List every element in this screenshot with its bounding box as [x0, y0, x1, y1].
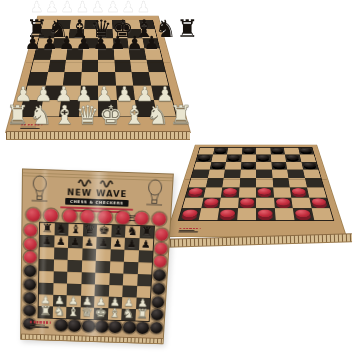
- package-chess-grid: ♜♞♝♛♚♝♞♜♟♟♟♟♟♟♟♟♟♟♟♟♟♟♟♟♜♞♝♛♚♝♞♜: [38, 222, 155, 322]
- black-checker-punchout: [151, 296, 164, 308]
- package-square: [95, 273, 109, 285]
- package-square: ♜: [38, 306, 52, 318]
- package-square: [53, 271, 67, 283]
- chess-piece: ♜: [177, 17, 199, 41]
- package-square: [137, 262, 152, 274]
- red-checker-punchout: [24, 238, 37, 250]
- chess-piece-standee: ♟: [110, 238, 125, 249]
- cardboard-edge: [21, 334, 163, 345]
- chess-piece: ♞: [29, 102, 52, 128]
- black-checker-punchout: [122, 321, 136, 334]
- product-photo: ♟♟♟♟♟♟♟♟♜♞♝♛♚♝♞♜♟♟♟♟♟♟♟♟♟♟♟♟♟♟♟♟♜♞♝♛♚♝♞♜: [0, 0, 360, 359]
- package-square: ♞: [125, 226, 140, 239]
- package-square: [138, 250, 153, 262]
- checkers-square: [221, 187, 239, 197]
- red-checker: [182, 209, 199, 217]
- package-square: ♟: [139, 238, 154, 251]
- package-square: ♜: [135, 309, 149, 321]
- black-checker: [198, 155, 211, 160]
- chess-piece-standee: ♞: [121, 307, 135, 320]
- black-checker-punchout: [81, 320, 95, 333]
- package-square: [53, 259, 67, 271]
- chess-piece-standee: ♜: [139, 225, 154, 238]
- chess-piece: ♟: [92, 34, 109, 52]
- black-checker: [273, 162, 285, 167]
- chess-piece-row: ♟♟♟♟♟♟♟♟: [24, 34, 160, 52]
- checkers-square: [256, 148, 270, 155]
- chess-piece: ♝: [53, 102, 76, 128]
- package-square: [96, 249, 111, 261]
- package-square: [137, 274, 152, 286]
- package-square: [67, 260, 81, 272]
- checkers-square: [203, 187, 222, 197]
- black-checker-punchout: [23, 305, 36, 317]
- red-checker: [258, 209, 273, 217]
- package-square: ♟: [96, 237, 111, 250]
- package-square: ♛: [80, 307, 94, 319]
- chess-piece-standee: ♛: [82, 223, 97, 236]
- checkers-square: [273, 187, 291, 197]
- checkers-square: [305, 178, 324, 187]
- checkers-square: [256, 162, 272, 170]
- package-square: ♞: [54, 223, 69, 236]
- corner-fine-print: [302, 148, 312, 149]
- checkers-square: [256, 170, 272, 179]
- checkers-square: [288, 178, 306, 187]
- package-square: [67, 272, 81, 284]
- package-square: ♝: [68, 224, 83, 237]
- checkers-square: [284, 148, 299, 155]
- chess-piece-standee: ♝: [111, 224, 126, 237]
- checkers-square: [290, 187, 309, 197]
- checkers-square: [311, 208, 333, 220]
- chess-piece-standee: ♟: [96, 238, 111, 249]
- red-checker-punchout: [26, 208, 40, 222]
- checkers-square: [272, 170, 289, 179]
- chess-piece: ♜: [6, 102, 29, 128]
- package-square: [124, 250, 139, 262]
- checkers-square: [240, 170, 256, 179]
- red-checker: [258, 188, 272, 194]
- chess-piece-standee: ♜: [40, 222, 54, 235]
- chess-piece-standee: ♜: [135, 307, 149, 320]
- checkers-square: [301, 162, 318, 170]
- red-checker: [276, 198, 291, 205]
- checkers-square: [225, 162, 241, 170]
- chess-piece-standee: ♞: [125, 225, 140, 238]
- retail-package[interactable]: NEW WAVE CHESS & CHECKERS ♜♞♝♛♚♝♞♜♟♟♟♟♟♟…: [20, 168, 174, 344]
- checkers-square: [217, 208, 237, 220]
- checkers-square: [256, 197, 274, 208]
- red-checker: [311, 198, 327, 205]
- chess-piece: ♟: [126, 34, 143, 52]
- black-checker-punchout: [68, 319, 82, 332]
- package-square: [123, 274, 138, 286]
- package-square: [123, 262, 138, 274]
- chess-piece-standee: ♟: [54, 236, 68, 247]
- checkers-square: [256, 178, 273, 187]
- checkers-square: [270, 154, 286, 161]
- chess-piece: ♟: [41, 34, 58, 52]
- chess-piece-standee: ♟: [124, 239, 139, 250]
- checkers-square: [309, 197, 330, 208]
- package-square: [39, 259, 53, 271]
- black-checker-punchout: [54, 319, 68, 332]
- checkers-square: [239, 178, 256, 187]
- red-checker-punchout: [23, 251, 36, 263]
- chess-piece-standee: ♟: [40, 236, 54, 247]
- chess-piece: ♟: [29, 0, 44, 15]
- chess-piece: ♟: [75, 34, 92, 52]
- package-square: ♟: [54, 235, 68, 248]
- chess-piece-standee: ♟: [82, 237, 96, 248]
- black-checker: [228, 155, 240, 160]
- checkers-square: [205, 178, 223, 187]
- checkers-square: [274, 197, 293, 208]
- checkers-square: [240, 162, 256, 170]
- black-checker: [272, 148, 284, 152]
- red-checker: [203, 198, 218, 205]
- checkers-square: [242, 148, 256, 155]
- checkers-grid: [178, 147, 334, 220]
- black-checker: [215, 148, 227, 152]
- checkers-square: [222, 178, 240, 187]
- chess-piece: ♛: [76, 102, 99, 128]
- checkers-square: [198, 208, 219, 220]
- checkers-square: [270, 148, 285, 155]
- chess-piece-standee: ♜: [38, 304, 52, 317]
- checkers-square: [256, 208, 275, 220]
- package-square: [109, 261, 124, 273]
- chess-piece: ♝: [123, 102, 146, 128]
- black-checker: [242, 162, 254, 167]
- red-checker: [188, 188, 203, 194]
- red-checker: [223, 188, 237, 194]
- red-checker-punchout: [24, 224, 37, 237]
- product-title: CHESS & CHECKERS: [70, 199, 124, 206]
- package-square: ♝: [107, 308, 121, 320]
- black-checker: [303, 162, 316, 167]
- package-square: [81, 272, 95, 284]
- checkers-square: [238, 197, 256, 208]
- black-checker-punchout: [149, 322, 162, 334]
- checkers-square: [303, 170, 321, 179]
- chess-piece: ♟: [24, 34, 41, 52]
- checkers-board-view[interactable]: [158, 124, 360, 259]
- checkers-square: [307, 187, 327, 197]
- checkers-square: [201, 197, 221, 208]
- chess-piece-standee: ♝: [68, 223, 83, 236]
- checkers-square: [224, 170, 241, 179]
- chess-piece-standee: ♚: [97, 224, 112, 237]
- black-checker-punchout: [23, 292, 36, 304]
- package-square: [110, 249, 125, 261]
- chess-piece: ♟: [60, 0, 75, 15]
- package-square: ♟: [110, 237, 125, 250]
- black-checker-punchout: [152, 269, 165, 281]
- chess-piece: ♟: [109, 34, 126, 52]
- package-square: ♞: [121, 309, 135, 321]
- black-checker-punchout: [109, 321, 123, 334]
- newwave-mini-logo: [30, 321, 51, 329]
- checkers-square: [274, 208, 294, 220]
- package-square: ♚: [94, 308, 108, 320]
- checkers-square: [256, 187, 274, 197]
- checkers-square: [272, 178, 290, 187]
- red-checker-punchout: [154, 242, 167, 254]
- package-square: ♟: [68, 236, 83, 249]
- red-checker-punchout: [155, 228, 168, 241]
- package-square: ♛: [82, 224, 97, 237]
- package-square: [95, 261, 109, 273]
- chess-piece-standee: ♝: [66, 305, 80, 318]
- checkers-tray-left: [23, 224, 37, 330]
- chess-piece-row: ♟♟♟♟♟♟♟♟: [29, 0, 151, 15]
- chess-piece: ♟: [58, 34, 75, 52]
- chess-piece: ♟: [143, 34, 160, 52]
- package-square: [82, 248, 96, 260]
- red-checker-punchout: [152, 212, 167, 226]
- checkers-square: [226, 154, 242, 161]
- red-checker: [292, 188, 307, 194]
- checkers-square: [256, 154, 271, 161]
- checkers-square: [286, 162, 303, 170]
- black-checker: [258, 155, 270, 160]
- red-checker: [220, 209, 235, 217]
- black-checker: [287, 155, 299, 160]
- chess-piece: ♟: [121, 0, 136, 15]
- package-square: [68, 248, 82, 260]
- package-square: ♟: [82, 236, 97, 249]
- chess-piece-standee: ♞: [52, 305, 66, 318]
- package-square: ♞: [52, 306, 66, 318]
- checkers-square: [211, 154, 227, 161]
- checkers-square: [287, 170, 304, 179]
- package-square: [109, 273, 123, 285]
- black-checker: [243, 148, 254, 152]
- package-square: [54, 247, 68, 259]
- red-checker: [240, 198, 254, 205]
- black-checker-punchout: [95, 320, 109, 333]
- chess-piece: ♟: [44, 0, 59, 15]
- chess-piece-standee: ♞: [54, 222, 69, 235]
- package-square: [39, 271, 53, 283]
- chess-piece-standee: ♟: [68, 237, 82, 248]
- package-square: [39, 247, 53, 259]
- package-square: ♜: [139, 226, 154, 239]
- chess-piece: ♚: [99, 102, 122, 128]
- package-square: ♝: [66, 307, 80, 319]
- chess-piece: ♟: [105, 0, 120, 15]
- checkers-square: [227, 148, 242, 155]
- package-square: ♜: [40, 223, 54, 236]
- package-square: ♟: [124, 238, 139, 251]
- red-checker-punchout: [153, 256, 166, 268]
- chess-piece-standee: ♝: [107, 306, 121, 319]
- wave-logo-icon: [78, 178, 118, 188]
- black-checker: [211, 162, 224, 167]
- checkers-square: [237, 208, 256, 220]
- checkers-square: [209, 162, 226, 170]
- black-checker-punchout: [136, 321, 150, 334]
- chess-piece: ♟: [75, 0, 90, 15]
- chess-piece-standee: ♚: [94, 306, 108, 319]
- checkers-square: [241, 154, 256, 161]
- red-checker: [295, 209, 311, 217]
- checkers-square: [271, 162, 287, 170]
- checkers-square: [238, 187, 256, 197]
- black-checker-punchout: [150, 309, 163, 321]
- package-square: ♝: [111, 225, 126, 238]
- chess-piece-standee: ♛: [80, 306, 94, 319]
- chess-piece: ♟: [90, 0, 105, 15]
- checkers-square: [219, 197, 238, 208]
- product-title-band: CHESS & CHECKERS: [65, 197, 129, 206]
- checkers-square: [207, 170, 224, 179]
- chess-piece: ♟: [136, 0, 151, 15]
- chess-piece-standee: ♟: [139, 239, 154, 250]
- package-square: ♚: [97, 225, 112, 238]
- checkers-square: [299, 154, 316, 161]
- checkers-board-3d: [165, 145, 347, 237]
- black-checker-punchout: [23, 265, 36, 277]
- checkers-square: [213, 148, 228, 155]
- package-square: ♟: [40, 235, 54, 248]
- black-checker-punchout: [152, 283, 165, 295]
- package-square: [81, 260, 95, 272]
- checkers-square: [285, 154, 301, 161]
- black-checker-punchout: [23, 278, 36, 290]
- newwave-mini-logo: [178, 228, 201, 232]
